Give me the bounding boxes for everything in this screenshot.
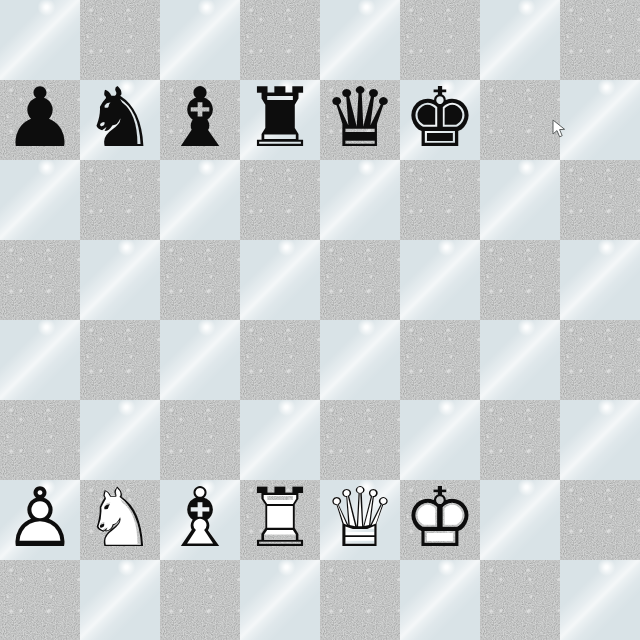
piece-outline-glyph: ♕	[320, 480, 400, 560]
square-g3[interactable]	[480, 400, 560, 480]
glass-shine-overlay	[560, 400, 640, 480]
square-a4[interactable]	[0, 320, 80, 400]
glitter-texture	[240, 320, 320, 400]
glass-shine-overlay	[480, 480, 560, 560]
piece-outline-glyph: ♙	[0, 480, 80, 560]
glass-shine-overlay	[0, 160, 80, 240]
piece-glyph: ♟	[0, 80, 80, 160]
white-rook-icon[interactable]: ♜♖	[240, 480, 320, 560]
square-g5[interactable]	[480, 240, 560, 320]
glitter-texture	[320, 400, 400, 480]
square-d4[interactable]	[240, 320, 320, 400]
glitter-texture	[80, 160, 160, 240]
glitter-texture	[480, 240, 560, 320]
square-f1[interactable]	[400, 560, 480, 640]
glitter-texture	[0, 560, 80, 640]
square-d1[interactable]	[240, 560, 320, 640]
glass-shine-overlay	[80, 560, 160, 640]
square-f8[interactable]	[400, 0, 480, 80]
square-e4[interactable]	[320, 320, 400, 400]
glass-shine-overlay	[80, 400, 160, 480]
piece-outline-glyph: ♖	[240, 480, 320, 560]
square-f5[interactable]	[400, 240, 480, 320]
square-f2[interactable]: ♚♔	[400, 480, 480, 560]
glass-shine-overlay	[400, 560, 480, 640]
white-pawn-icon[interactable]: ♟♙	[0, 480, 80, 560]
black-rook-icon[interactable]: ♜	[240, 80, 320, 160]
glass-shine-overlay	[480, 160, 560, 240]
square-f3[interactable]	[400, 400, 480, 480]
glass-shine-overlay	[480, 0, 560, 80]
square-c7[interactable]: ♝	[160, 80, 240, 160]
glass-shine-overlay	[560, 80, 640, 160]
square-a8[interactable]	[0, 0, 80, 80]
glass-shine-overlay	[240, 240, 320, 320]
glass-shine-overlay	[240, 400, 320, 480]
black-queen-icon[interactable]: ♛	[320, 80, 400, 160]
white-bishop-icon[interactable]: ♝♗	[160, 480, 240, 560]
square-e8[interactable]	[320, 0, 400, 80]
glitter-texture	[80, 320, 160, 400]
square-c1[interactable]	[160, 560, 240, 640]
square-f7[interactable]: ♚	[400, 80, 480, 160]
piece-glyph: ♞	[80, 80, 160, 160]
square-h6[interactable]	[560, 160, 640, 240]
glass-shine-overlay	[560, 240, 640, 320]
square-c5[interactable]	[160, 240, 240, 320]
glitter-texture	[320, 560, 400, 640]
white-king-icon[interactable]: ♚♔	[400, 480, 480, 560]
square-b1[interactable]	[80, 560, 160, 640]
glass-shine-overlay	[320, 320, 400, 400]
glitter-texture	[400, 160, 480, 240]
glitter-texture	[80, 0, 160, 80]
square-e6[interactable]	[320, 160, 400, 240]
square-g4[interactable]	[480, 320, 560, 400]
square-b6[interactable]	[80, 160, 160, 240]
glitter-texture	[320, 240, 400, 320]
square-d8[interactable]	[240, 0, 320, 80]
square-d7[interactable]: ♜	[240, 80, 320, 160]
white-knight-icon[interactable]: ♞♘	[80, 480, 160, 560]
square-a5[interactable]	[0, 240, 80, 320]
piece-glyph: ♛	[320, 80, 400, 160]
glitter-texture	[560, 160, 640, 240]
piece-outline-glyph: ♔	[400, 480, 480, 560]
square-h4[interactable]	[560, 320, 640, 400]
glass-shine-overlay	[320, 0, 400, 80]
square-c3[interactable]	[160, 400, 240, 480]
square-c4[interactable]	[160, 320, 240, 400]
square-e3[interactable]	[320, 400, 400, 480]
glass-shine-overlay	[560, 560, 640, 640]
glass-shine-overlay	[0, 0, 80, 80]
square-c2[interactable]: ♝♗	[160, 480, 240, 560]
square-g8[interactable]	[480, 0, 560, 80]
glitter-texture	[480, 400, 560, 480]
glass-shine-overlay	[480, 320, 560, 400]
square-g2[interactable]	[480, 480, 560, 560]
square-b4[interactable]	[80, 320, 160, 400]
square-e5[interactable]	[320, 240, 400, 320]
square-h7[interactable]	[560, 80, 640, 160]
glitter-texture	[560, 0, 640, 80]
square-a1[interactable]	[0, 560, 80, 640]
square-e2[interactable]: ♛♕	[320, 480, 400, 560]
glitter-texture	[160, 400, 240, 480]
square-g1[interactable]	[480, 560, 560, 640]
glass-shine-overlay	[160, 320, 240, 400]
glass-shine-overlay	[400, 400, 480, 480]
chess-board: ♟♞♝♜♛♚♟♙♞♘♝♗♜♖♛♕♚♔	[0, 0, 640, 640]
square-f6[interactable]	[400, 160, 480, 240]
square-b7[interactable]: ♞	[80, 80, 160, 160]
square-d5[interactable]	[240, 240, 320, 320]
glitter-texture	[0, 400, 80, 480]
glitter-texture	[560, 320, 640, 400]
square-b3[interactable]	[80, 400, 160, 480]
glass-shine-overlay	[400, 240, 480, 320]
square-e1[interactable]	[320, 560, 400, 640]
piece-glyph: ♜	[240, 80, 320, 160]
square-b2[interactable]: ♞♘	[80, 480, 160, 560]
piece-outline-glyph: ♗	[160, 480, 240, 560]
square-e7[interactable]: ♛	[320, 80, 400, 160]
square-h5[interactable]	[560, 240, 640, 320]
square-f4[interactable]	[400, 320, 480, 400]
square-h3[interactable]	[560, 400, 640, 480]
square-c6[interactable]	[160, 160, 240, 240]
square-g6[interactable]	[480, 160, 560, 240]
glitter-texture	[400, 320, 480, 400]
white-queen-icon[interactable]: ♛♕	[320, 480, 400, 560]
glitter-texture	[480, 80, 560, 160]
square-b8[interactable]	[80, 0, 160, 80]
glass-shine-overlay	[80, 240, 160, 320]
glitter-texture	[160, 240, 240, 320]
square-d6[interactable]	[240, 160, 320, 240]
square-a6[interactable]	[0, 160, 80, 240]
glitter-texture	[0, 240, 80, 320]
piece-outline-glyph: ♘	[80, 480, 160, 560]
glass-shine-overlay	[320, 160, 400, 240]
glitter-texture	[400, 0, 480, 80]
square-b5[interactable]	[80, 240, 160, 320]
square-d2[interactable]: ♜♖	[240, 480, 320, 560]
square-a3[interactable]	[0, 400, 80, 480]
piece-glyph: ♚	[400, 80, 480, 160]
black-king-icon[interactable]: ♚	[400, 80, 480, 160]
glass-shine-overlay	[160, 160, 240, 240]
glass-shine-overlay	[0, 320, 80, 400]
black-knight-icon[interactable]: ♞	[80, 80, 160, 160]
glass-shine-overlay	[240, 560, 320, 640]
square-a2[interactable]: ♟♙	[0, 480, 80, 560]
square-h8[interactable]	[560, 0, 640, 80]
square-g7[interactable]	[480, 80, 560, 160]
black-bishop-icon[interactable]: ♝	[160, 80, 240, 160]
square-c8[interactable]	[160, 0, 240, 80]
square-a7[interactable]: ♟	[0, 80, 80, 160]
glitter-texture	[560, 480, 640, 560]
black-pawn-icon[interactable]: ♟	[0, 80, 80, 160]
glitter-texture	[160, 560, 240, 640]
piece-glyph: ♝	[160, 80, 240, 160]
square-h2[interactable]	[560, 480, 640, 560]
glass-shine-overlay	[160, 0, 240, 80]
glitter-texture	[480, 560, 560, 640]
square-h1[interactable]	[560, 560, 640, 640]
square-d3[interactable]	[240, 400, 320, 480]
glitter-texture	[240, 0, 320, 80]
glitter-texture	[240, 160, 320, 240]
